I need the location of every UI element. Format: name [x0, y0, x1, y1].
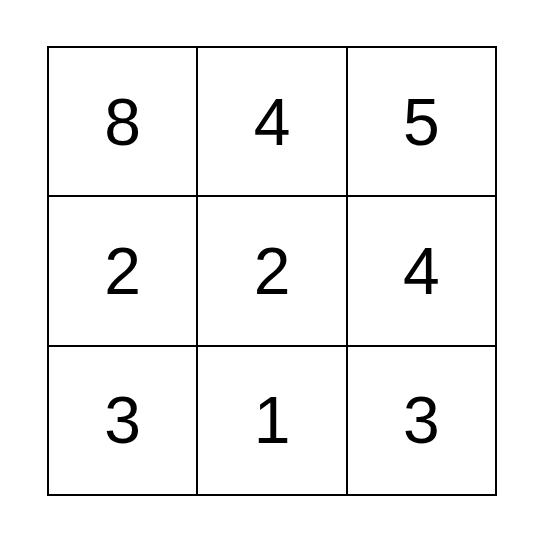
grid-cell-r2c1[interactable]: 2 [48, 196, 197, 345]
cell-value: 5 [403, 89, 440, 155]
cell-value: 1 [254, 387, 291, 453]
cell-value: 3 [104, 387, 141, 453]
grid-cell-r1c3[interactable]: 5 [347, 47, 496, 196]
grid-cell-r3c2[interactable]: 1 [197, 346, 346, 495]
cell-value: 2 [104, 238, 141, 304]
cell-value: 4 [403, 238, 440, 304]
grid-cell-r3c1[interactable]: 3 [48, 346, 197, 495]
grid-cell-r1c1[interactable]: 8 [48, 47, 197, 196]
grid-cell-r3c3[interactable]: 3 [347, 346, 496, 495]
number-grid-board: 845224313 [47, 46, 497, 496]
cell-value: 3 [403, 387, 440, 453]
grid-cell-r1c2[interactable]: 4 [197, 47, 346, 196]
grid-cell-r2c3[interactable]: 4 [347, 196, 496, 345]
cell-value: 4 [254, 89, 291, 155]
cell-value: 2 [254, 238, 291, 304]
cell-value: 8 [104, 89, 141, 155]
grid-cell-r2c2[interactable]: 2 [197, 196, 346, 345]
